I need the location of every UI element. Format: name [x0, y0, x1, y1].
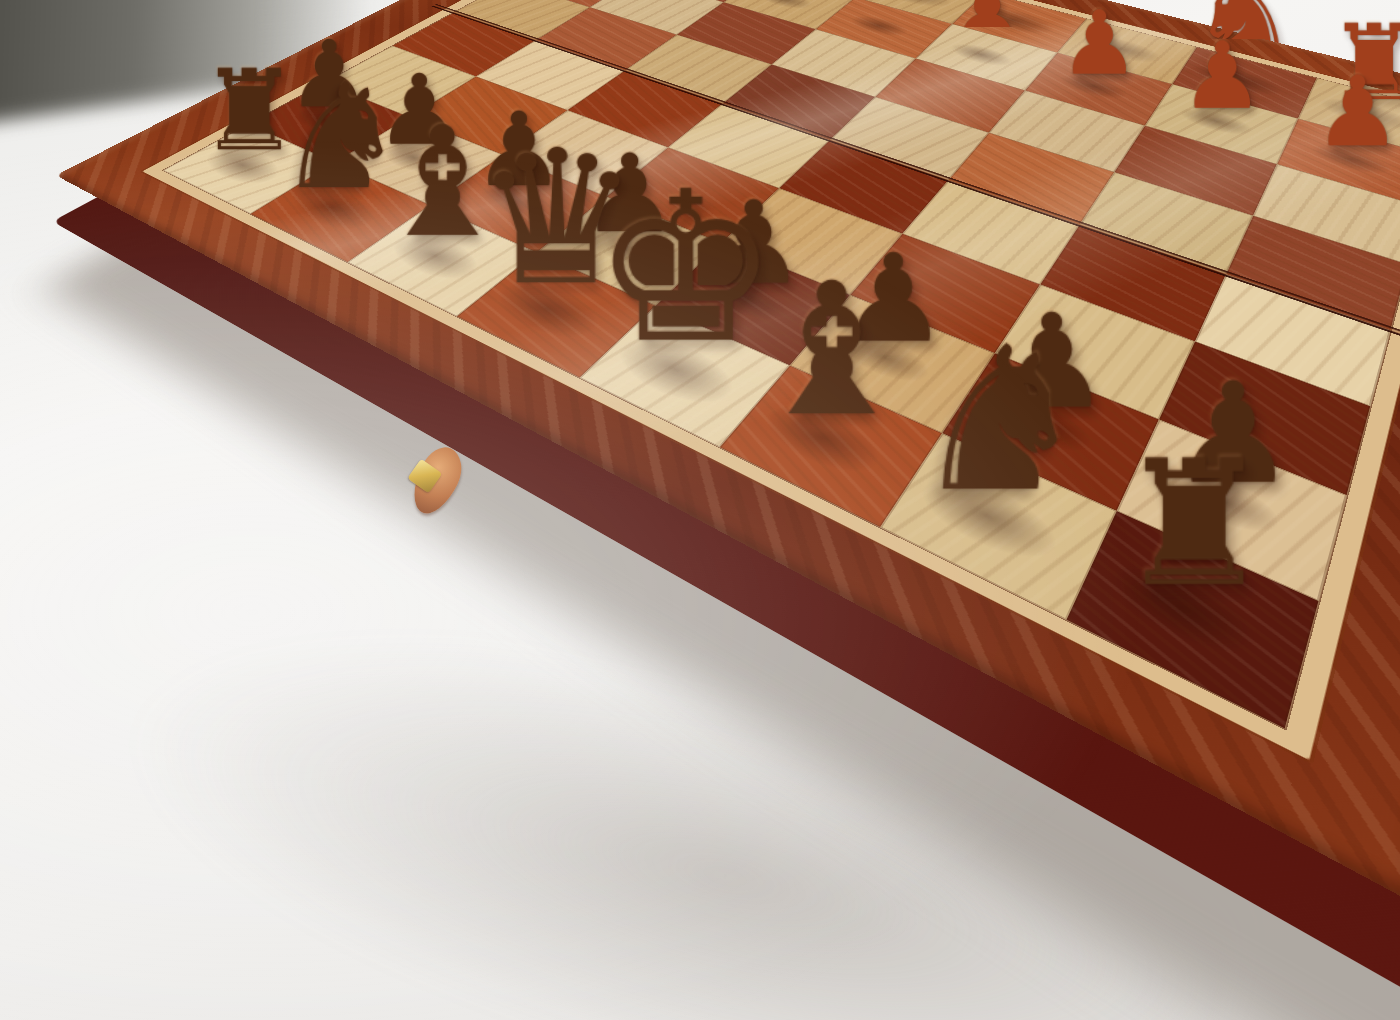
- square-d3: [772, 29, 916, 97]
- piece-shadow-e2: [942, 38, 1020, 71]
- pawn-glyph: ♟: [1313, 63, 1400, 160]
- king-glyph: ♚: [959, 0, 1080, 21]
- square-c2: ♟: [724, 0, 856, 29]
- piece-shadow-f1: [1071, 29, 1169, 69]
- rook-glyph: ♜: [1116, 437, 1272, 610]
- square-f1: ♝: [1057, 19, 1196, 85]
- knight-glyph: ♞: [910, 320, 1089, 519]
- square-d4: [723, 64, 876, 140]
- pawn-glyph: ♟: [1180, 29, 1263, 122]
- board-frame: ♜♞♝♛♚♝♞♜♟♟♟♟♟♟♟♟♟♟♟♟♟♟♟♟♜♞♝♛♚♝♞♜: [56, 0, 1400, 909]
- piece-shadow-c2: [749, 0, 820, 13]
- piece-shadow-d2: [842, 11, 916, 41]
- square-e2: ♟: [916, 24, 1058, 91]
- square-b3: [590, 0, 724, 35]
- square-g1: ♞: [1172, 47, 1317, 119]
- square-d1: ♛: [855, 0, 985, 24]
- pawn-glyph: ♟: [1059, 0, 1138, 87]
- pawn-glyph: ♟: [848, 0, 921, 27]
- square-c3: [677, 2, 816, 64]
- bishop-glyph: ♝: [1075, 0, 1180, 50]
- square-c4: [625, 35, 772, 104]
- pawn-glyph: ♟: [949, 0, 1025, 56]
- square-f2: ♟: [1025, 53, 1172, 126]
- piece-shadow-e1: [960, 0, 1064, 41]
- square-b4: [536, 7, 677, 70]
- square-d2: ♟: [816, 0, 953, 59]
- bishop-glyph: ♝: [750, 257, 914, 440]
- chess-board: ♜♞♝♛♚♝♞♜♟♟♟♟♟♟♟♟♟♟♟♟♟♟♟♟♜♞♝♛♚♝♞♜: [56, 0, 1400, 909]
- piece-shadow-g1: [1183, 57, 1291, 102]
- square-b2: ♟: [639, 0, 766, 2]
- square-a3: [510, 0, 639, 7]
- square-e1: ♚: [952, 0, 1086, 53]
- square-a4: [454, 0, 590, 40]
- knight-glyph: ♞: [1189, 0, 1300, 81]
- piece-shadow-d1: [865, 0, 962, 13]
- piece-shadow-g2: [1172, 102, 1259, 142]
- chess-set-photo: ♜♞♝♛♚♝♞♜♟♟♟♟♟♟♟♟♟♟♟♟♟♟♟♟♜♞♝♛♚♝♞♜: [0, 0, 1400, 1020]
- piece-shadow-f2: [1052, 69, 1134, 105]
- square-e3: [875, 59, 1025, 133]
